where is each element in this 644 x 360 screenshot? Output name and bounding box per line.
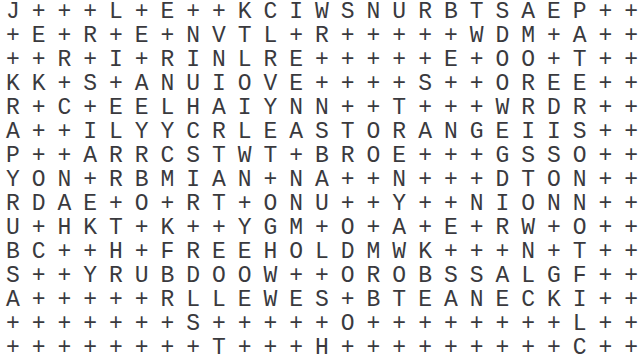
cell-r15-c2[interactable]: + <box>26 336 52 360</box>
cell-r1-c8[interactable]: + <box>180 0 206 24</box>
cell-r13-c15[interactable]: B <box>361 288 387 312</box>
cell-r2-c1[interactable]: + <box>0 24 26 48</box>
cell-r4-c10[interactable]: O <box>232 72 258 96</box>
cell-r13-c4[interactable]: + <box>77 288 103 312</box>
cell-r1-c20[interactable]: S <box>489 0 515 24</box>
cell-r7-c13[interactable]: B <box>309 144 335 168</box>
cell-r11-c22[interactable]: + <box>541 240 567 264</box>
cell-r7-c20[interactable]: G <box>489 144 515 168</box>
cell-r6-c25[interactable]: + <box>618 120 644 144</box>
cell-r8-c14[interactable]: + <box>335 168 361 192</box>
cell-r9-c19[interactable]: N <box>464 192 490 216</box>
cell-r14-c3[interactable]: + <box>52 312 78 336</box>
cell-r1-c1[interactable]: J <box>0 0 26 24</box>
cell-r15-c14[interactable]: + <box>335 336 361 360</box>
cell-r12-c2[interactable]: + <box>26 264 52 288</box>
cell-r6-c5[interactable]: L <box>103 120 129 144</box>
cell-r11-c3[interactable]: + <box>52 240 78 264</box>
cell-r1-c2[interactable]: + <box>26 0 52 24</box>
cell-r12-c13[interactable]: + <box>309 264 335 288</box>
cell-r13-c2[interactable]: + <box>26 288 52 312</box>
cell-r12-c4[interactable]: Y <box>77 264 103 288</box>
cell-r10-c18[interactable]: E <box>438 216 464 240</box>
cell-r9-c22[interactable]: N <box>541 192 567 216</box>
cell-r4-c4[interactable]: S <box>77 72 103 96</box>
cell-r10-c21[interactable]: W <box>515 216 541 240</box>
cell-r3-c3[interactable]: R <box>52 48 78 72</box>
cell-r10-c19[interactable]: + <box>464 216 490 240</box>
cell-r9-c18[interactable]: + <box>438 192 464 216</box>
cell-r13-c3[interactable]: + <box>52 288 78 312</box>
cell-r14-c23[interactable]: L <box>567 312 593 336</box>
cell-r12-c25[interactable]: + <box>618 264 644 288</box>
cell-r6-c21[interactable]: I <box>515 120 541 144</box>
cell-r14-c10[interactable]: + <box>232 312 258 336</box>
cell-r13-c6[interactable]: + <box>129 288 155 312</box>
cell-r14-c2[interactable]: + <box>26 312 52 336</box>
cell-r14-c5[interactable]: + <box>103 312 129 336</box>
cell-r7-c6[interactable]: R <box>129 144 155 168</box>
cell-r4-c19[interactable]: + <box>464 72 490 96</box>
cell-r4-c20[interactable]: O <box>489 72 515 96</box>
cell-r1-c4[interactable]: + <box>77 0 103 24</box>
cell-r12-c16[interactable]: O <box>386 264 412 288</box>
cell-r7-c25[interactable]: + <box>618 144 644 168</box>
cell-r15-c8[interactable]: + <box>180 336 206 360</box>
cell-r8-c12[interactable]: N <box>283 168 309 192</box>
cell-r13-c9[interactable]: L <box>206 288 232 312</box>
cell-r7-c22[interactable]: S <box>541 144 567 168</box>
cell-r15-c23[interactable]: C <box>567 336 593 360</box>
cell-r1-c14[interactable]: S <box>335 0 361 24</box>
cell-r4-c1[interactable]: K <box>0 72 26 96</box>
cell-r10-c20[interactable]: R <box>489 216 515 240</box>
cell-r1-c21[interactable]: A <box>515 0 541 24</box>
cell-r8-c8[interactable]: I <box>180 168 206 192</box>
cell-r10-c9[interactable]: + <box>206 216 232 240</box>
cell-r7-c10[interactable]: W <box>232 144 258 168</box>
cell-r8-c18[interactable]: + <box>438 168 464 192</box>
cell-r9-c6[interactable]: O <box>129 192 155 216</box>
cell-r14-c24[interactable]: + <box>592 312 618 336</box>
cell-r7-c16[interactable]: E <box>386 144 412 168</box>
cell-r15-c4[interactable]: + <box>77 336 103 360</box>
cell-r1-c6[interactable]: + <box>129 0 155 24</box>
cell-r5-c5[interactable]: E <box>103 96 129 120</box>
cell-r10-c8[interactable]: + <box>180 216 206 240</box>
cell-r10-c12[interactable]: M <box>283 216 309 240</box>
cell-r15-c3[interactable]: + <box>52 336 78 360</box>
cell-r7-c18[interactable]: + <box>438 144 464 168</box>
cell-r1-c15[interactable]: N <box>361 0 387 24</box>
cell-r6-c22[interactable]: I <box>541 120 567 144</box>
cell-r2-c25[interactable]: + <box>618 24 644 48</box>
cell-r3-c10[interactable]: L <box>232 48 258 72</box>
cell-r13-c24[interactable]: + <box>592 288 618 312</box>
cell-r7-c9[interactable]: T <box>206 144 232 168</box>
cell-r15-c19[interactable]: + <box>464 336 490 360</box>
cell-r4-c12[interactable]: E <box>283 72 309 96</box>
cell-r10-c17[interactable]: + <box>412 216 438 240</box>
cell-r15-c10[interactable]: + <box>232 336 258 360</box>
cell-r2-c22[interactable]: + <box>541 24 567 48</box>
cell-r6-c17[interactable]: A <box>412 120 438 144</box>
cell-r8-c25[interactable]: + <box>618 168 644 192</box>
cell-r4-c8[interactable]: U <box>180 72 206 96</box>
cell-r15-c18[interactable]: + <box>438 336 464 360</box>
cell-r9-c13[interactable]: U <box>309 192 335 216</box>
cell-r7-c4[interactable]: A <box>77 144 103 168</box>
cell-r3-c6[interactable]: + <box>129 48 155 72</box>
cell-r15-c20[interactable]: + <box>489 336 515 360</box>
cell-r12-c22[interactable]: G <box>541 264 567 288</box>
cell-r6-c19[interactable]: G <box>464 120 490 144</box>
cell-r8-c17[interactable]: + <box>412 168 438 192</box>
cell-r13-c22[interactable]: K <box>541 288 567 312</box>
cell-r1-c12[interactable]: I <box>283 0 309 24</box>
cell-r6-c7[interactable]: Y <box>155 120 181 144</box>
cell-r11-c7[interactable]: F <box>155 240 181 264</box>
cell-r7-c5[interactable]: R <box>103 144 129 168</box>
cell-r7-c7[interactable]: C <box>155 144 181 168</box>
cell-r13-c13[interactable]: S <box>309 288 335 312</box>
cell-r15-c9[interactable]: T <box>206 336 232 360</box>
cell-r8-c20[interactable]: D <box>489 168 515 192</box>
cell-r9-c15[interactable]: + <box>361 192 387 216</box>
cell-r13-c20[interactable]: E <box>489 288 515 312</box>
cell-r14-c20[interactable]: + <box>489 312 515 336</box>
cell-r1-c19[interactable]: T <box>464 0 490 24</box>
cell-r3-c15[interactable]: + <box>361 48 387 72</box>
cell-r9-c4[interactable]: E <box>77 192 103 216</box>
cell-r2-c11[interactable]: L <box>258 24 284 48</box>
cell-r3-c8[interactable]: I <box>180 48 206 72</box>
cell-r9-c11[interactable]: O <box>258 192 284 216</box>
cell-r14-c13[interactable]: + <box>309 312 335 336</box>
cell-r11-c21[interactable]: N <box>515 240 541 264</box>
cell-r4-c17[interactable]: S <box>412 72 438 96</box>
cell-r9-c5[interactable]: + <box>103 192 129 216</box>
cell-r14-c17[interactable]: + <box>412 312 438 336</box>
cell-r4-c18[interactable]: + <box>438 72 464 96</box>
cell-r15-c7[interactable]: + <box>155 336 181 360</box>
cell-r12-c18[interactable]: S <box>438 264 464 288</box>
cell-r7-c19[interactable]: + <box>464 144 490 168</box>
cell-r11-c13[interactable]: L <box>309 240 335 264</box>
cell-r5-c22[interactable]: D <box>541 96 567 120</box>
cell-r1-c13[interactable]: W <box>309 0 335 24</box>
cell-r11-c18[interactable]: + <box>438 240 464 264</box>
cell-r10-c25[interactable]: + <box>618 216 644 240</box>
cell-r11-c23[interactable]: T <box>567 240 593 264</box>
cell-r7-c17[interactable]: + <box>412 144 438 168</box>
cell-r3-c5[interactable]: I <box>103 48 129 72</box>
cell-r7-c8[interactable]: S <box>180 144 206 168</box>
cell-r12-c7[interactable]: B <box>155 264 181 288</box>
cell-r11-c6[interactable]: + <box>129 240 155 264</box>
cell-r1-c24[interactable]: + <box>592 0 618 24</box>
cell-r10-c13[interactable]: + <box>309 216 335 240</box>
cell-r13-c18[interactable]: A <box>438 288 464 312</box>
cell-r2-c7[interactable]: + <box>155 24 181 48</box>
cell-r6-c2[interactable]: + <box>26 120 52 144</box>
cell-r5-c18[interactable]: + <box>438 96 464 120</box>
cell-r4-c9[interactable]: I <box>206 72 232 96</box>
cell-r5-c15[interactable]: + <box>361 96 387 120</box>
cell-r8-c10[interactable]: N <box>232 168 258 192</box>
cell-r15-c24[interactable]: + <box>592 336 618 360</box>
cell-r11-c15[interactable]: M <box>361 240 387 264</box>
cell-r11-c19[interactable]: + <box>464 240 490 264</box>
cell-r14-c21[interactable]: + <box>515 312 541 336</box>
cell-r6-c20[interactable]: E <box>489 120 515 144</box>
cell-r14-c7[interactable]: + <box>155 312 181 336</box>
cell-r8-c4[interactable]: + <box>77 168 103 192</box>
cell-r14-c8[interactable]: S <box>180 312 206 336</box>
cell-r4-c24[interactable]: + <box>592 72 618 96</box>
cell-r5-c24[interactable]: + <box>592 96 618 120</box>
cell-r8-c15[interactable]: + <box>361 168 387 192</box>
cell-r5-c19[interactable]: + <box>464 96 490 120</box>
cell-r1-c22[interactable]: E <box>541 0 567 24</box>
cell-r4-c15[interactable]: + <box>361 72 387 96</box>
cell-r4-c21[interactable]: R <box>515 72 541 96</box>
cell-r1-c11[interactable]: C <box>258 0 284 24</box>
cell-r12-c1[interactable]: S <box>0 264 26 288</box>
cell-r6-c23[interactable]: S <box>567 120 593 144</box>
cell-r11-c14[interactable]: D <box>335 240 361 264</box>
cell-r13-c23[interactable]: I <box>567 288 593 312</box>
cell-r12-c14[interactable]: O <box>335 264 361 288</box>
cell-r5-c25[interactable]: + <box>618 96 644 120</box>
cell-r15-c16[interactable]: + <box>386 336 412 360</box>
cell-r9-c12[interactable]: N <box>283 192 309 216</box>
cell-r3-c7[interactable]: R <box>155 48 181 72</box>
cell-r11-c16[interactable]: W <box>386 240 412 264</box>
cell-r6-c3[interactable]: + <box>52 120 78 144</box>
cell-r5-c4[interactable]: + <box>77 96 103 120</box>
cell-r10-c10[interactable]: Y <box>232 216 258 240</box>
cell-r6-c1[interactable]: A <box>0 120 26 144</box>
cell-r5-c1[interactable]: R <box>0 96 26 120</box>
cell-r13-c10[interactable]: E <box>232 288 258 312</box>
cell-r3-c4[interactable]: + <box>77 48 103 72</box>
cell-r11-c1[interactable]: B <box>0 240 26 264</box>
cell-r3-c16[interactable]: + <box>386 48 412 72</box>
cell-r12-c5[interactable]: R <box>103 264 129 288</box>
cell-r13-c7[interactable]: R <box>155 288 181 312</box>
cell-r2-c21[interactable]: M <box>515 24 541 48</box>
cell-r3-c17[interactable]: + <box>412 48 438 72</box>
cell-r14-c1[interactable]: + <box>0 312 26 336</box>
cell-r5-c2[interactable]: + <box>26 96 52 120</box>
cell-r14-c16[interactable]: + <box>386 312 412 336</box>
cell-r15-c21[interactable]: + <box>515 336 541 360</box>
cell-r7-c12[interactable]: + <box>283 144 309 168</box>
cell-r1-c17[interactable]: R <box>412 0 438 24</box>
cell-r3-c20[interactable]: O <box>489 48 515 72</box>
cell-r5-c11[interactable]: Y <box>258 96 284 120</box>
cell-r6-c11[interactable]: E <box>258 120 284 144</box>
cell-r13-c14[interactable]: + <box>335 288 361 312</box>
cell-r2-c13[interactable]: R <box>309 24 335 48</box>
cell-r15-c13[interactable]: H <box>309 336 335 360</box>
cell-r7-c21[interactable]: S <box>515 144 541 168</box>
cell-r14-c6[interactable]: + <box>129 312 155 336</box>
cell-r4-c13[interactable]: + <box>309 72 335 96</box>
cell-r1-c9[interactable]: + <box>206 0 232 24</box>
cell-r10-c14[interactable]: O <box>335 216 361 240</box>
cell-r8-c7[interactable]: M <box>155 168 181 192</box>
cell-r6-c18[interactable]: N <box>438 120 464 144</box>
cell-r1-c16[interactable]: U <box>386 0 412 24</box>
cell-r15-c11[interactable]: + <box>258 336 284 360</box>
cell-r13-c19[interactable]: N <box>464 288 490 312</box>
cell-r14-c15[interactable]: + <box>361 312 387 336</box>
cell-r15-c25[interactable]: + <box>618 336 644 360</box>
cell-r11-c20[interactable]: + <box>489 240 515 264</box>
cell-r6-c4[interactable]: I <box>77 120 103 144</box>
cell-r13-c12[interactable]: E <box>283 288 309 312</box>
cell-r10-c3[interactable]: H <box>52 216 78 240</box>
cell-r9-c2[interactable]: D <box>26 192 52 216</box>
cell-r14-c14[interactable]: O <box>335 312 361 336</box>
cell-r2-c6[interactable]: E <box>129 24 155 48</box>
cell-r2-c9[interactable]: V <box>206 24 232 48</box>
cell-r3-c23[interactable]: T <box>567 48 593 72</box>
cell-r12-c20[interactable]: A <box>489 264 515 288</box>
cell-r5-c16[interactable]: T <box>386 96 412 120</box>
cell-r12-c21[interactable]: L <box>515 264 541 288</box>
cell-r8-c21[interactable]: T <box>515 168 541 192</box>
cell-r11-c17[interactable]: K <box>412 240 438 264</box>
cell-r11-c24[interactable]: + <box>592 240 618 264</box>
cell-r9-c10[interactable]: + <box>232 192 258 216</box>
cell-r15-c12[interactable]: + <box>283 336 309 360</box>
cell-r14-c12[interactable]: + <box>283 312 309 336</box>
cell-r14-c11[interactable]: + <box>258 312 284 336</box>
cell-r13-c5[interactable]: + <box>103 288 129 312</box>
cell-r6-c13[interactable]: S <box>309 120 335 144</box>
cell-r10-c6[interactable]: + <box>129 216 155 240</box>
cell-r4-c25[interactable]: + <box>618 72 644 96</box>
cell-r2-c18[interactable]: + <box>438 24 464 48</box>
cell-r9-c23[interactable]: N <box>567 192 593 216</box>
cell-r6-c9[interactable]: R <box>206 120 232 144</box>
cell-r5-c20[interactable]: W <box>489 96 515 120</box>
cell-r9-c21[interactable]: O <box>515 192 541 216</box>
cell-r8-c24[interactable]: + <box>592 168 618 192</box>
cell-r4-c16[interactable]: + <box>386 72 412 96</box>
cell-r11-c11[interactable]: H <box>258 240 284 264</box>
cell-r2-c10[interactable]: T <box>232 24 258 48</box>
cell-r6-c14[interactable]: T <box>335 120 361 144</box>
cell-r2-c15[interactable]: + <box>361 24 387 48</box>
cell-r10-c1[interactable]: U <box>0 216 26 240</box>
cell-r9-c24[interactable]: + <box>592 192 618 216</box>
cell-r15-c22[interactable]: + <box>541 336 567 360</box>
cell-r5-c12[interactable]: N <box>283 96 309 120</box>
cell-r2-c14[interactable]: + <box>335 24 361 48</box>
cell-r15-c6[interactable]: + <box>129 336 155 360</box>
cell-r11-c10[interactable]: E <box>232 240 258 264</box>
cell-r3-c2[interactable]: + <box>26 48 52 72</box>
cell-r9-c16[interactable]: Y <box>386 192 412 216</box>
cell-r2-c2[interactable]: E <box>26 24 52 48</box>
cell-r6-c15[interactable]: O <box>361 120 387 144</box>
cell-r11-c4[interactable]: + <box>77 240 103 264</box>
cell-r5-c21[interactable]: R <box>515 96 541 120</box>
cell-r15-c5[interactable]: + <box>103 336 129 360</box>
cell-r2-c4[interactable]: R <box>77 24 103 48</box>
cell-r8-c9[interactable]: A <box>206 168 232 192</box>
cell-r5-c10[interactable]: I <box>232 96 258 120</box>
cell-r5-c9[interactable]: A <box>206 96 232 120</box>
cell-r10-c11[interactable]: G <box>258 216 284 240</box>
cell-r7-c14[interactable]: R <box>335 144 361 168</box>
cell-r6-c10[interactable]: L <box>232 120 258 144</box>
cell-r8-c13[interactable]: A <box>309 168 335 192</box>
cell-r4-c23[interactable]: E <box>567 72 593 96</box>
cell-r8-c6[interactable]: B <box>129 168 155 192</box>
cell-r13-c17[interactable]: E <box>412 288 438 312</box>
cell-r12-c12[interactable]: + <box>283 264 309 288</box>
cell-r7-c2[interactable]: + <box>26 144 52 168</box>
cell-r7-c15[interactable]: O <box>361 144 387 168</box>
cell-r13-c16[interactable]: T <box>386 288 412 312</box>
cell-r5-c13[interactable]: N <box>309 96 335 120</box>
cell-r8-c1[interactable]: Y <box>0 168 26 192</box>
cell-r13-c25[interactable]: + <box>618 288 644 312</box>
cell-r11-c12[interactable]: O <box>283 240 309 264</box>
cell-r9-c9[interactable]: T <box>206 192 232 216</box>
cell-r4-c2[interactable]: K <box>26 72 52 96</box>
cell-r15-c15[interactable]: + <box>361 336 387 360</box>
cell-r8-c22[interactable]: O <box>541 168 567 192</box>
cell-r12-c19[interactable]: S <box>464 264 490 288</box>
cell-r10-c7[interactable]: K <box>155 216 181 240</box>
cell-r5-c3[interactable]: C <box>52 96 78 120</box>
cell-r11-c8[interactable]: R <box>180 240 206 264</box>
cell-r5-c23[interactable]: R <box>567 96 593 120</box>
cell-r10-c2[interactable]: + <box>26 216 52 240</box>
cell-r3-c22[interactable]: + <box>541 48 567 72</box>
cell-r2-c16[interactable]: + <box>386 24 412 48</box>
cell-r12-c9[interactable]: O <box>206 264 232 288</box>
cell-r3-c13[interactable]: + <box>309 48 335 72</box>
cell-r6-c6[interactable]: Y <box>129 120 155 144</box>
cell-r13-c11[interactable]: W <box>258 288 284 312</box>
cell-r7-c11[interactable]: T <box>258 144 284 168</box>
cell-r7-c24[interactable]: + <box>592 144 618 168</box>
cell-r2-c5[interactable]: + <box>103 24 129 48</box>
cell-r9-c25[interactable]: + <box>618 192 644 216</box>
cell-r1-c3[interactable]: + <box>52 0 78 24</box>
cell-r8-c19[interactable]: + <box>464 168 490 192</box>
cell-r4-c6[interactable]: A <box>129 72 155 96</box>
cell-r7-c23[interactable]: O <box>567 144 593 168</box>
cell-r2-c12[interactable]: + <box>283 24 309 48</box>
cell-r12-c17[interactable]: B <box>412 264 438 288</box>
cell-r4-c5[interactable]: + <box>103 72 129 96</box>
cell-r3-c19[interactable]: + <box>464 48 490 72</box>
cell-r12-c23[interactable]: F <box>567 264 593 288</box>
cell-r9-c8[interactable]: R <box>180 192 206 216</box>
cell-r14-c22[interactable]: + <box>541 312 567 336</box>
cell-r10-c5[interactable]: T <box>103 216 129 240</box>
cell-r4-c14[interactable]: + <box>335 72 361 96</box>
cell-r9-c20[interactable]: I <box>489 192 515 216</box>
